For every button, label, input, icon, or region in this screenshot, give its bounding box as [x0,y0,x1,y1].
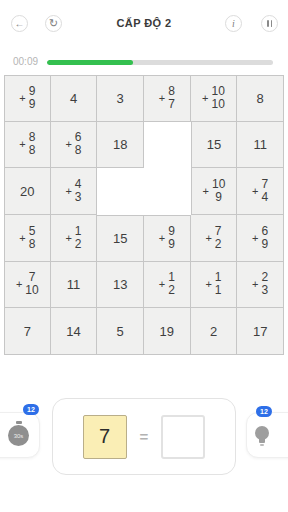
grid-cell[interactable]: 11 [237,122,284,169]
progress-bar [47,60,273,65]
grid-cell [144,168,191,215]
grid-cell[interactable]: 15 [97,215,144,262]
grid-cell[interactable]: +68 [51,122,98,169]
grid-cell[interactable]: 11 [51,262,98,309]
equals-sign: = [140,428,149,445]
grid-cell[interactable]: +99 [144,215,191,262]
pause-icon [267,20,269,27]
grid-cell[interactable]: +12 [51,215,98,262]
hint-badge: 12 [256,406,272,417]
grid-cell[interactable]: +12 [144,262,191,309]
progress-fill [47,60,133,65]
grid-cell[interactable]: 2 [191,308,238,355]
page-title: CẤP ĐỘ 2 [0,17,288,29]
timer-label: 00:09 [13,56,38,67]
lightbulb-icon [255,426,269,440]
grid-cell[interactable]: 8 [237,75,284,122]
grid-cell[interactable]: 3 [97,75,144,122]
grid-cell[interactable]: +69 [237,215,284,262]
grid-cell[interactable]: 13 [97,262,144,309]
number-tile[interactable]: 7 [83,415,127,459]
grid-cell[interactable]: +72 [191,215,238,262]
pause-button[interactable] [261,15,278,32]
grid-cell[interactable]: +99 [4,75,51,122]
grid-cell[interactable]: +109 [191,168,238,215]
grid-cell[interactable]: +88 [4,122,51,169]
grid-cell[interactable]: +710 [4,262,51,309]
grid-cell[interactable]: +74 [237,168,284,215]
grid-cell[interactable]: 18 [97,122,144,169]
grid-cell[interactable]: 4 [51,75,98,122]
info-button[interactable]: i [225,15,242,32]
answer-slot[interactable] [161,415,205,459]
grid-cell[interactable]: 15 [191,122,238,169]
grid-cell[interactable]: 20 [4,168,51,215]
grid-cell [144,122,191,169]
grid-cell[interactable]: 17 [237,308,284,355]
tray-card: 7 = [52,398,236,475]
math-puzzle-screen: ← ↻ CẤP ĐỘ 2 i 00:09 +9943+87+10108+88+6… [0,0,288,512]
info-icon: i [232,19,235,29]
stopwatch-icon [16,421,22,424]
puzzle-grid: +9943+87+10108+88+6818151120+43+109+74+5… [4,75,284,355]
grid-cell[interactable]: +11 [191,262,238,309]
grid-cell[interactable]: 7 [4,308,51,355]
grid-cell[interactable]: +23 [237,262,284,309]
grid-cell [97,168,144,215]
grid-cell[interactable]: +87 [144,75,191,122]
add-time-badge: 12 [23,404,39,415]
grid-cell[interactable]: +58 [4,215,51,262]
grid-cell[interactable]: 5 [97,308,144,355]
grid-cell[interactable]: +43 [51,168,98,215]
grid-cell[interactable]: 19 [144,308,191,355]
grid-cell[interactable]: +1010 [191,75,238,122]
grid-cell[interactable]: 14 [51,308,98,355]
add-time-label: 30s [14,433,24,439]
